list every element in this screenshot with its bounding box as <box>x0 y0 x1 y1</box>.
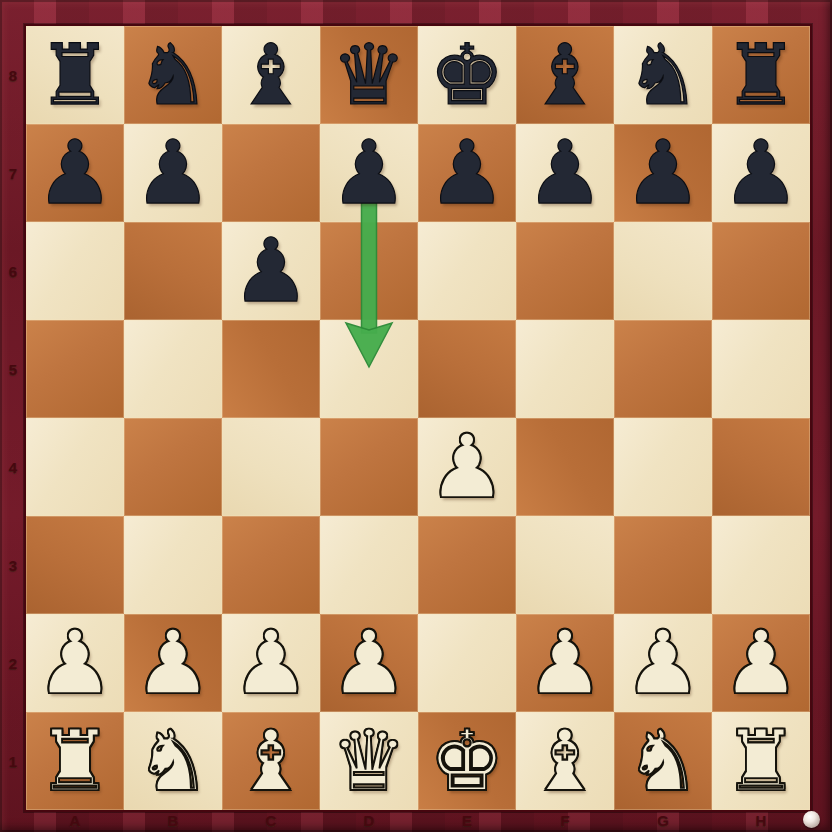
file-label-b: B <box>124 808 222 832</box>
piece-white-bishop-f1[interactable]: ♝ <box>516 712 614 810</box>
square-e3[interactable] <box>418 516 516 614</box>
rank-label-2: 2 <box>0 614 26 712</box>
square-e2[interactable] <box>418 614 516 712</box>
piece-white-pawn-h2[interactable]: ♟ <box>712 614 810 712</box>
piece-black-bishop-c8[interactable]: ♝ <box>222 26 320 124</box>
chess-board-frame: ♜♞♝♛♚♝♞♜♟♟♟♟♟♟♟♟♟♟♟♟♟♟♟♟♜♞♝♛♚♝♞♜ 8765432… <box>0 0 832 832</box>
piece-black-king-e8[interactable]: ♚ <box>418 26 516 124</box>
square-a6[interactable] <box>26 222 124 320</box>
square-b5[interactable] <box>124 320 222 418</box>
file-label-f: F <box>516 808 614 832</box>
rank-label-7: 7 <box>0 124 26 222</box>
square-b6[interactable] <box>124 222 222 320</box>
rank-label-1: 1 <box>0 712 26 810</box>
rank-label-3: 3 <box>0 516 26 614</box>
square-e6[interactable] <box>418 222 516 320</box>
square-d3[interactable] <box>320 516 418 614</box>
square-f3[interactable] <box>516 516 614 614</box>
piece-white-pawn-b2[interactable]: ♟ <box>124 614 222 712</box>
square-f5[interactable] <box>516 320 614 418</box>
square-f4[interactable] <box>516 418 614 516</box>
piece-black-knight-g8[interactable]: ♞ <box>614 26 712 124</box>
file-label-e: E <box>418 808 516 832</box>
square-g4[interactable] <box>614 418 712 516</box>
file-label-h: H <box>712 808 810 832</box>
square-g5[interactable] <box>614 320 712 418</box>
piece-black-pawn-f7[interactable]: ♟ <box>516 124 614 222</box>
piece-black-rook-h8[interactable]: ♜ <box>712 26 810 124</box>
square-h6[interactable] <box>712 222 810 320</box>
chess-board: ♜♞♝♛♚♝♞♜♟♟♟♟♟♟♟♟♟♟♟♟♟♟♟♟♜♞♝♛♚♝♞♜ <box>26 26 810 810</box>
piece-black-pawn-a7[interactable]: ♟ <box>26 124 124 222</box>
piece-black-pawn-b7[interactable]: ♟ <box>124 124 222 222</box>
piece-white-pawn-f2[interactable]: ♟ <box>516 614 614 712</box>
piece-white-pawn-c2[interactable]: ♟ <box>222 614 320 712</box>
rank-label-4: 4 <box>0 418 26 516</box>
piece-white-pawn-e4[interactable]: ♟ <box>418 418 516 516</box>
piece-white-knight-g1[interactable]: ♞ <box>614 712 712 810</box>
square-c7[interactable] <box>222 124 320 222</box>
square-a5[interactable] <box>26 320 124 418</box>
square-b4[interactable] <box>124 418 222 516</box>
square-c4[interactable] <box>222 418 320 516</box>
piece-white-rook-a1[interactable]: ♜ <box>26 712 124 810</box>
piece-black-pawn-d7[interactable]: ♟ <box>320 124 418 222</box>
file-label-d: D <box>320 808 418 832</box>
square-d6[interactable] <box>320 222 418 320</box>
piece-black-knight-b8[interactable]: ♞ <box>124 26 222 124</box>
piece-black-queen-d8[interactable]: ♛ <box>320 26 418 124</box>
rank-label-8: 8 <box>0 26 26 124</box>
square-a4[interactable] <box>26 418 124 516</box>
piece-white-bishop-c1[interactable]: ♝ <box>222 712 320 810</box>
file-label-g: G <box>614 808 712 832</box>
file-label-a: A <box>26 808 124 832</box>
square-h4[interactable] <box>712 418 810 516</box>
rank-label-5: 5 <box>0 320 26 418</box>
piece-white-queen-d1[interactable]: ♛ <box>320 712 418 810</box>
square-a3[interactable] <box>26 516 124 614</box>
square-d5[interactable] <box>320 320 418 418</box>
piece-black-pawn-e7[interactable]: ♟ <box>418 124 516 222</box>
square-c3[interactable] <box>222 516 320 614</box>
piece-black-bishop-f8[interactable]: ♝ <box>516 26 614 124</box>
piece-black-rook-a8[interactable]: ♜ <box>26 26 124 124</box>
piece-white-pawn-a2[interactable]: ♟ <box>26 614 124 712</box>
piece-black-pawn-c6[interactable]: ♟ <box>222 222 320 320</box>
square-e5[interactable] <box>418 320 516 418</box>
piece-white-knight-b1[interactable]: ♞ <box>124 712 222 810</box>
rank-label-6: 6 <box>0 222 26 320</box>
square-c5[interactable] <box>222 320 320 418</box>
piece-white-pawn-d2[interactable]: ♟ <box>320 614 418 712</box>
square-g3[interactable] <box>614 516 712 614</box>
square-g6[interactable] <box>614 222 712 320</box>
side-to-move-indicator <box>803 811 820 828</box>
square-f6[interactable] <box>516 222 614 320</box>
square-h5[interactable] <box>712 320 810 418</box>
piece-black-pawn-g7[interactable]: ♟ <box>614 124 712 222</box>
square-h3[interactable] <box>712 516 810 614</box>
square-d4[interactable] <box>320 418 418 516</box>
piece-white-king-e1[interactable]: ♚ <box>418 712 516 810</box>
piece-black-pawn-h7[interactable]: ♟ <box>712 124 810 222</box>
piece-white-rook-h1[interactable]: ♜ <box>712 712 810 810</box>
file-label-c: C <box>222 808 320 832</box>
piece-white-pawn-g2[interactable]: ♟ <box>614 614 712 712</box>
square-b3[interactable] <box>124 516 222 614</box>
